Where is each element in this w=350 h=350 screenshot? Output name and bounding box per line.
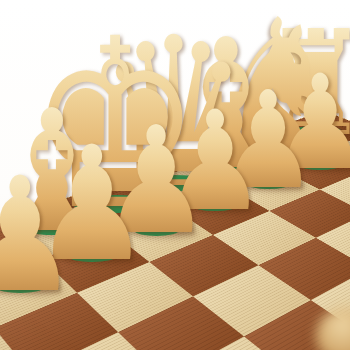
white-pawn: ♟ — [0, 156, 78, 314]
pieces-layer: ♝♚♛♝♞♜♟♟♟♟♟♟ — [0, 0, 350, 350]
chess-set-photo: ♝♚♛♝♞♜♟♟♟♟♟♟ — [0, 0, 350, 350]
